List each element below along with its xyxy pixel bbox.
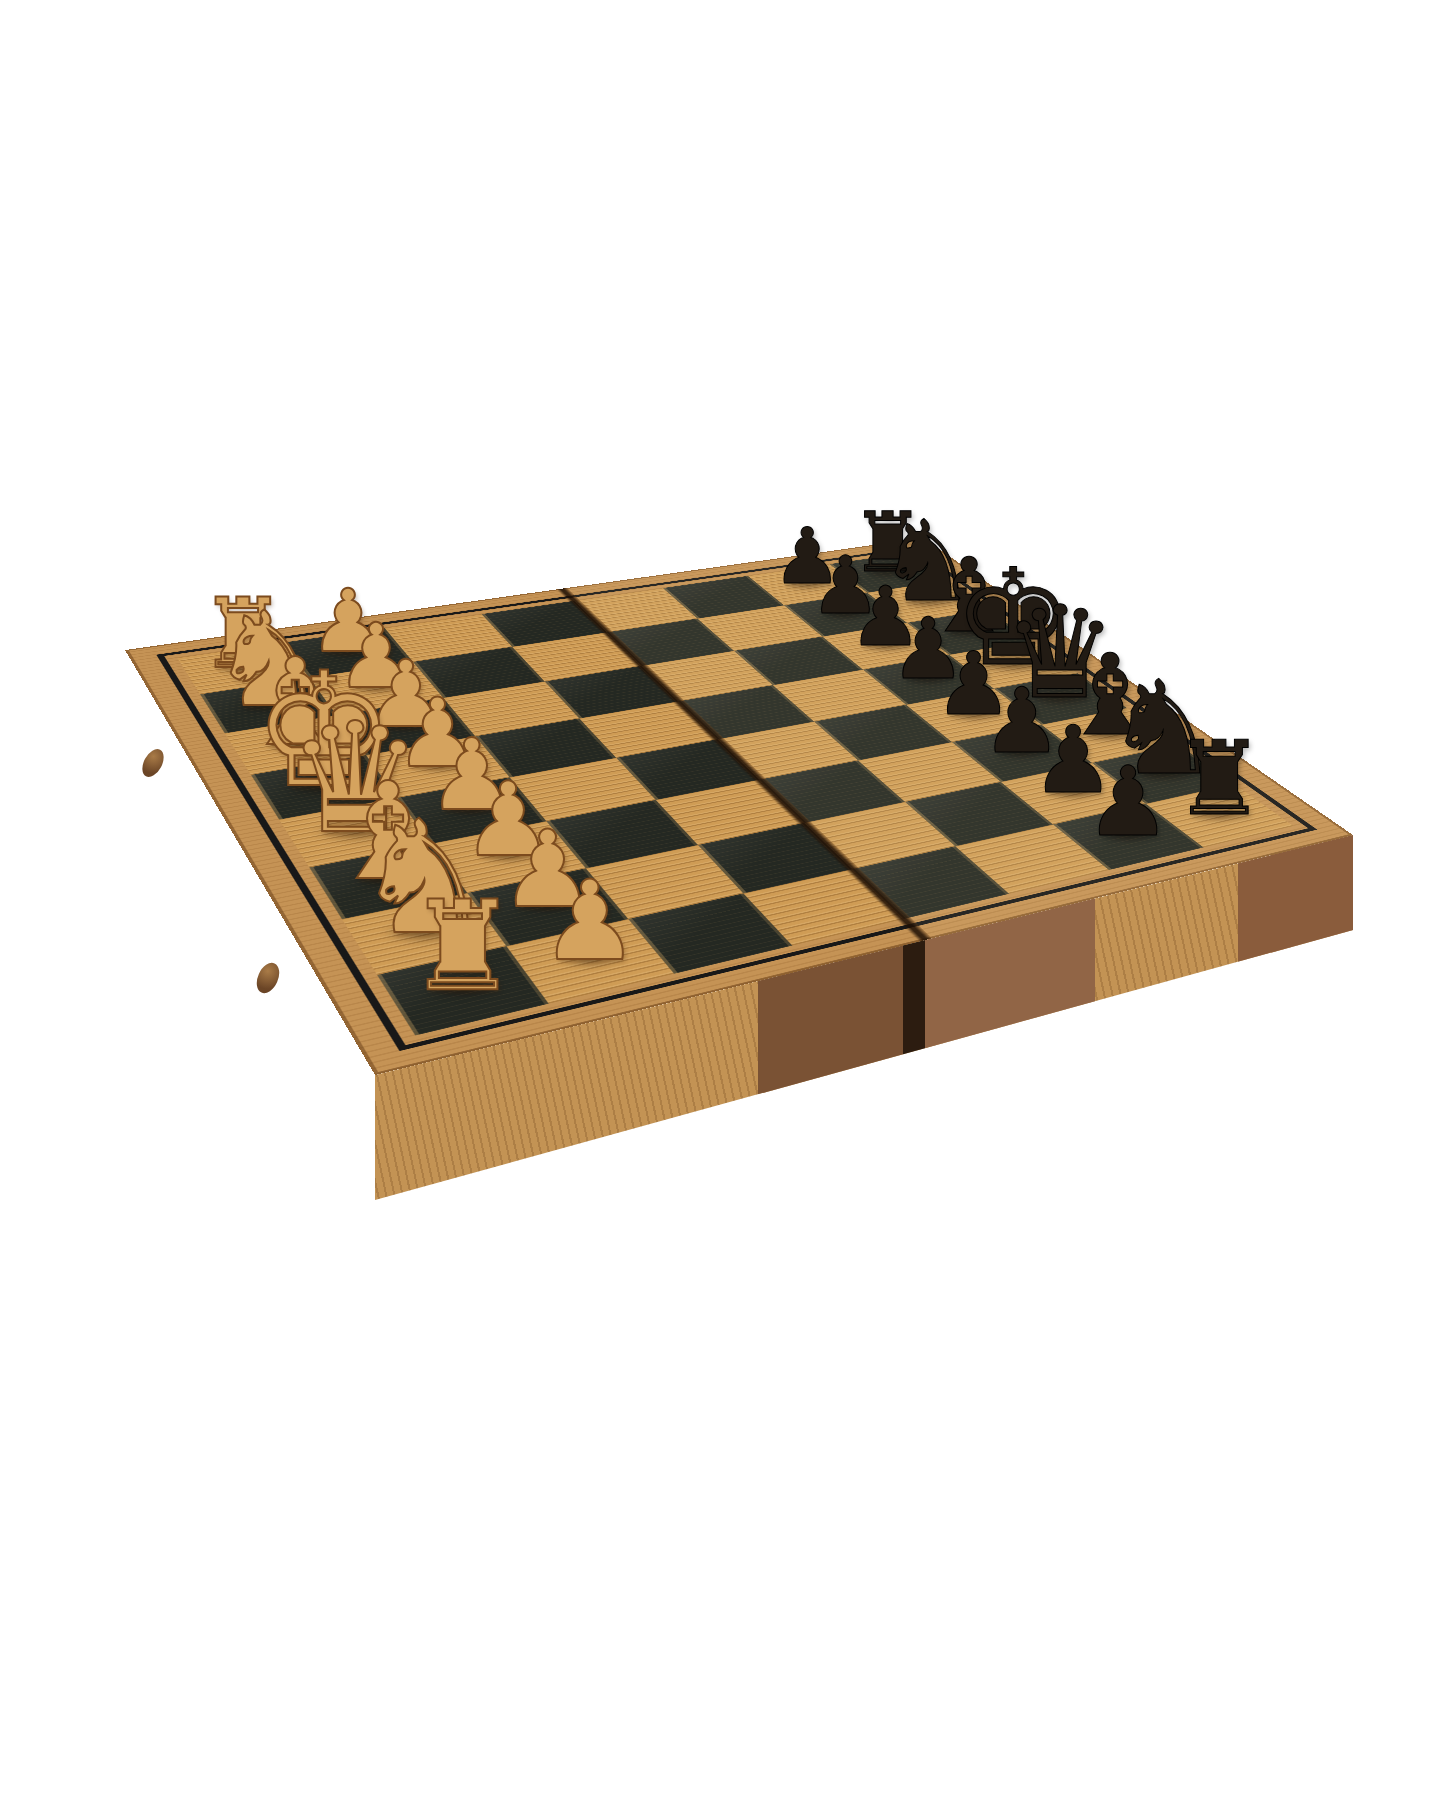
white-pawn: ♟ (540, 866, 639, 976)
product-photo-scene: Vintage folding wooden chess box, viewed… (0, 0, 1445, 1807)
pieces-layer: ♜♞♝♛♚♝♞♜♟♟♟♟♟♟♟♟♟♟♟♟♟♟♟♟♜♞♝♛♚♝♞♜ (0, 0, 1445, 1807)
black-pawn: ♟ (1085, 754, 1171, 850)
white-rook: ♜ (407, 884, 518, 1008)
black-rook: ♜ (1174, 728, 1266, 830)
